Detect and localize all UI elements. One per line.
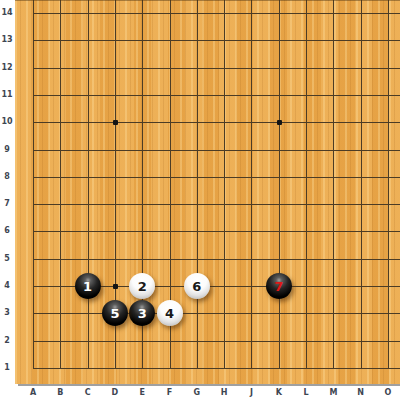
- stone-number: 4: [165, 306, 174, 319]
- row-label-13: 13: [0, 35, 14, 44]
- column-label-N: N: [354, 388, 368, 397]
- stone-number: 6: [192, 279, 201, 292]
- column-label-F: F: [163, 388, 177, 397]
- row-label-3: 3: [0, 308, 14, 317]
- row-label-4: 4: [0, 281, 14, 290]
- grid-line: [33, 231, 400, 232]
- column-label-B: B: [53, 388, 67, 397]
- stone-number: 5: [110, 306, 119, 319]
- row-label-1: 1: [0, 363, 14, 372]
- star-point: [113, 120, 118, 125]
- column-label-C: C: [81, 388, 95, 397]
- row-label-8: 8: [0, 172, 14, 181]
- grid-line: [33, 40, 400, 41]
- stone-move-7[interactable]: 7: [266, 273, 292, 299]
- grid-line: [33, 122, 400, 123]
- column-label-O: O: [381, 388, 395, 397]
- board-surface[interactable]: 1234567: [15, 0, 400, 384]
- grid-line: [33, 13, 400, 14]
- stone-move-5[interactable]: 5: [102, 300, 128, 326]
- row-label-5: 5: [0, 254, 14, 263]
- row-label-7: 7: [0, 199, 14, 208]
- row-label-9: 9: [0, 145, 14, 154]
- stone-move-4[interactable]: 4: [157, 300, 183, 326]
- row-label-11: 11: [0, 90, 14, 99]
- column-label-M: M: [326, 388, 340, 397]
- stone-number: 1: [83, 279, 92, 292]
- row-label-14: 14: [0, 8, 14, 17]
- row-label-12: 12: [0, 63, 14, 72]
- column-label-G: G: [190, 388, 204, 397]
- grid-line: [33, 259, 400, 260]
- column-label-K: K: [272, 388, 286, 397]
- column-label-E: E: [135, 388, 149, 397]
- go-board-diagram: 1234567 1413121110987654321 ABCDEFGHJKLM…: [0, 0, 400, 400]
- star-point: [113, 284, 118, 289]
- stone-number: 3: [138, 306, 147, 319]
- column-label-L: L: [299, 388, 313, 397]
- stone-number: 7: [274, 279, 283, 292]
- stone-number: 2: [138, 279, 147, 292]
- board-grid: 1234567: [15, 0, 400, 384]
- grid-line: [33, 177, 400, 178]
- stone-move-1[interactable]: 1: [75, 273, 101, 299]
- grid-line: [33, 368, 400, 369]
- board-bottom-shadow: [18, 384, 400, 386]
- grid-line: [33, 150, 400, 151]
- column-label-A: A: [26, 388, 40, 397]
- grid-line: [33, 95, 400, 96]
- grid-line: [33, 68, 400, 69]
- row-label-6: 6: [0, 226, 14, 235]
- grid-line: [33, 341, 400, 342]
- stone-move-6[interactable]: 6: [184, 273, 210, 299]
- row-label-2: 2: [0, 336, 14, 345]
- column-label-D: D: [108, 388, 122, 397]
- stone-move-2[interactable]: 2: [129, 273, 155, 299]
- column-label-J: J: [244, 388, 258, 397]
- row-label-10: 10: [0, 117, 14, 126]
- grid-line: [33, 313, 400, 314]
- star-point: [277, 120, 282, 125]
- grid-line: [33, 204, 400, 205]
- stone-move-3[interactable]: 3: [129, 300, 155, 326]
- column-label-H: H: [217, 388, 231, 397]
